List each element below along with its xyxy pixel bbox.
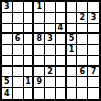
sudoku-cell-empty[interactable]	[77, 24, 88, 35]
sudoku-cell-empty[interactable]	[56, 13, 67, 24]
sudoku-cell-empty[interactable]	[67, 77, 78, 88]
sudoku-cell-empty[interactable]	[77, 56, 88, 67]
sudoku-cell-given: 4	[56, 24, 67, 35]
sudoku-cell-empty[interactable]	[13, 67, 24, 78]
sudoku-cell-empty[interactable]	[56, 88, 67, 99]
sudoku-cell-empty[interactable]	[67, 56, 78, 67]
sudoku-cell-given: 4	[2, 88, 13, 99]
sudoku-cell-given: 6	[77, 67, 88, 78]
sudoku-cell-given: 6	[13, 34, 24, 45]
sudoku-cell-empty[interactable]	[45, 45, 56, 56]
sudoku-cell-given: 1	[67, 45, 78, 56]
sudoku-cell-empty[interactable]	[24, 88, 35, 99]
sudoku-cell-empty[interactable]	[2, 24, 13, 35]
sudoku-cell-given: 3	[88, 13, 99, 24]
sudoku-cell-empty[interactable]	[2, 45, 13, 56]
sudoku-cell-empty[interactable]	[2, 13, 13, 24]
sudoku-cell-empty[interactable]	[88, 56, 99, 67]
sudoku-cell-empty[interactable]	[34, 88, 45, 99]
sudoku-cell-empty[interactable]	[67, 88, 78, 99]
sudoku-cell-empty[interactable]	[13, 13, 24, 24]
sudoku-cell-empty[interactable]	[34, 24, 45, 35]
sudoku-cell-empty[interactable]	[77, 88, 88, 99]
sudoku-cell-given: 2	[77, 13, 88, 24]
sudoku-cell-empty[interactable]	[34, 45, 45, 56]
sudoku-cell-given: 3	[45, 34, 56, 45]
sudoku-cell-empty[interactable]	[13, 24, 24, 35]
sudoku-cell-empty[interactable]	[56, 2, 67, 13]
sudoku-cell-empty[interactable]	[88, 45, 99, 56]
sudoku-cell-empty[interactable]	[13, 2, 24, 13]
sudoku-cell-given: 2	[45, 67, 56, 78]
sudoku-cell-empty[interactable]	[88, 24, 99, 35]
sudoku-cell-empty[interactable]	[77, 2, 88, 13]
sudoku-cell-empty[interactable]	[24, 24, 35, 35]
sudoku-cell-empty[interactable]	[56, 45, 67, 56]
sudoku-cell-empty[interactable]	[77, 77, 88, 88]
sudoku-cell-empty[interactable]	[13, 56, 24, 67]
sudoku-cell-empty[interactable]	[67, 67, 78, 78]
sudoku-cell-empty[interactable]	[13, 88, 24, 99]
sudoku-cell-given: 1	[34, 2, 45, 13]
sudoku-cell-empty[interactable]	[2, 34, 13, 45]
sudoku-board: 31234683512675194	[0, 0, 101, 101]
sudoku-cell-empty[interactable]	[24, 56, 35, 67]
sudoku-cell-empty[interactable]	[34, 56, 45, 67]
sudoku-cell-empty[interactable]	[67, 24, 78, 35]
sudoku-cell-empty[interactable]	[34, 67, 45, 78]
sudoku-cell-given: 8	[34, 34, 45, 45]
sudoku-cell-empty[interactable]	[67, 2, 78, 13]
sudoku-cell-given: 5	[2, 77, 13, 88]
sudoku-cell-empty[interactable]	[13, 77, 24, 88]
sudoku-cell-given: 5	[67, 34, 78, 45]
sudoku-cell-empty[interactable]	[56, 67, 67, 78]
sudoku-cell-empty[interactable]	[88, 88, 99, 99]
sudoku-cell-empty[interactable]	[45, 88, 56, 99]
sudoku-cell-empty[interactable]	[88, 34, 99, 45]
sudoku-cell-empty[interactable]	[56, 77, 67, 88]
sudoku-cell-empty[interactable]	[77, 34, 88, 45]
sudoku-cell-empty[interactable]	[45, 24, 56, 35]
sudoku-cell-empty[interactable]	[88, 77, 99, 88]
sudoku-cell-empty[interactable]	[45, 13, 56, 24]
sudoku-cell-empty[interactable]	[24, 13, 35, 24]
sudoku-cell-given: 1	[24, 77, 35, 88]
sudoku-cell-empty[interactable]	[2, 67, 13, 78]
sudoku-cell-empty[interactable]	[56, 34, 67, 45]
sudoku-cell-empty[interactable]	[45, 77, 56, 88]
sudoku-cell-empty[interactable]	[77, 45, 88, 56]
sudoku-cell-empty[interactable]	[34, 13, 45, 24]
sudoku-cell-empty[interactable]	[56, 56, 67, 67]
sudoku-cell-given: 7	[88, 67, 99, 78]
sudoku-cell-empty[interactable]	[24, 67, 35, 78]
sudoku-cell-empty[interactable]	[24, 34, 35, 45]
sudoku-cell-empty[interactable]	[45, 2, 56, 13]
sudoku-cell-empty[interactable]	[24, 45, 35, 56]
sudoku-cell-empty[interactable]	[13, 45, 24, 56]
sudoku-cell-empty[interactable]	[45, 56, 56, 67]
sudoku-cell-given: 9	[34, 77, 45, 88]
sudoku-cell-given: 3	[2, 2, 13, 13]
sudoku-cell-empty[interactable]	[2, 56, 13, 67]
sudoku-cell-empty[interactable]	[67, 13, 78, 24]
sudoku-cell-empty[interactable]	[24, 2, 35, 13]
sudoku-cell-empty[interactable]	[88, 2, 99, 13]
